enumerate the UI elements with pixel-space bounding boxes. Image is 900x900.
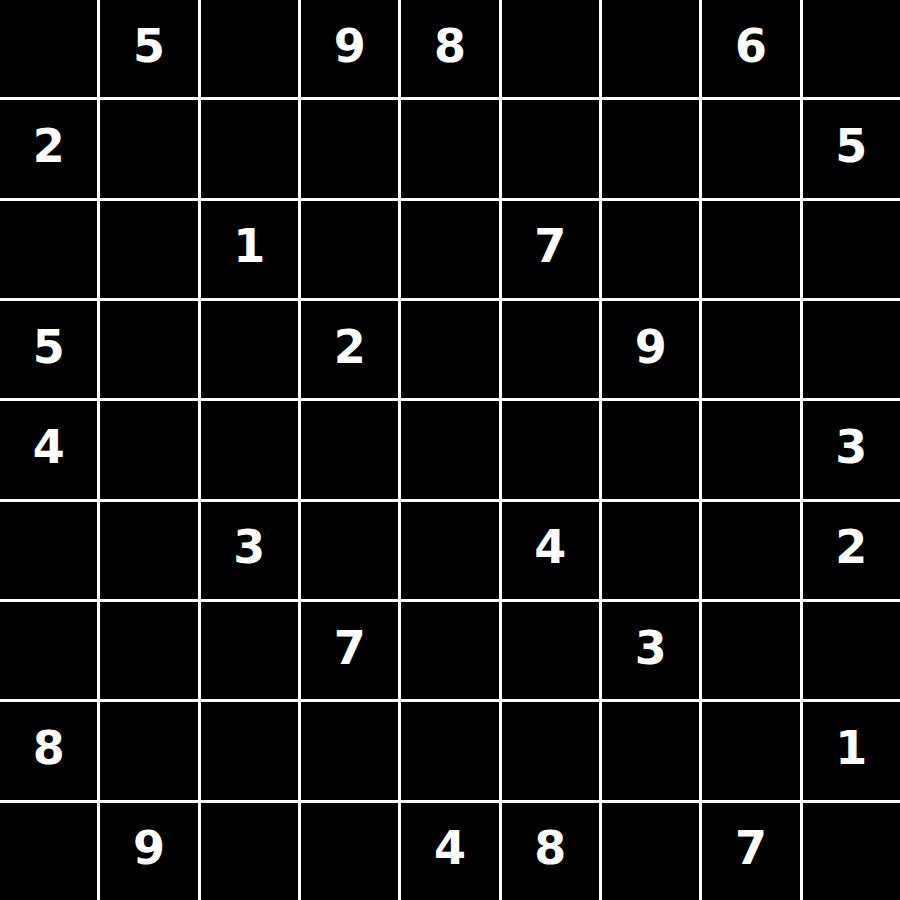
cell-r1c8[interactable]: 6 <box>702 0 799 97</box>
given-digit: 2 <box>33 123 65 169</box>
given-digit: 4 <box>33 424 65 470</box>
cell-r8c9[interactable]: 1 <box>803 702 900 799</box>
cell-r8c6[interactable] <box>502 702 599 799</box>
cell-r8c4[interactable] <box>301 702 398 799</box>
cell-r3c8[interactable] <box>702 201 799 298</box>
cell-r9c8[interactable]: 7 <box>702 803 799 900</box>
cell-r7c5[interactable] <box>401 602 498 699</box>
given-digit: 7 <box>735 825 767 871</box>
cell-r8c3[interactable] <box>201 702 298 799</box>
given-digit: 7 <box>534 223 566 269</box>
given-digit: 9 <box>133 825 165 871</box>
cell-r1c3[interactable] <box>201 0 298 97</box>
given-digit: 2 <box>835 524 867 570</box>
cell-r5c4[interactable] <box>301 401 398 498</box>
cell-r9c4[interactable] <box>301 803 398 900</box>
cell-r7c4[interactable]: 7 <box>301 602 398 699</box>
cell-r3c1[interactable] <box>0 201 97 298</box>
cell-r7c1[interactable] <box>0 602 97 699</box>
cell-r3c4[interactable] <box>301 201 398 298</box>
cell-r3c7[interactable] <box>602 201 699 298</box>
cell-r4c8[interactable] <box>702 301 799 398</box>
given-digit: 3 <box>635 625 667 671</box>
cell-r5c3[interactable] <box>201 401 298 498</box>
given-digit: 8 <box>434 23 466 69</box>
cell-r2c6[interactable] <box>502 100 599 197</box>
cell-r6c9[interactable]: 2 <box>803 502 900 599</box>
cell-r8c1[interactable]: 8 <box>0 702 97 799</box>
cell-r5c5[interactable] <box>401 401 498 498</box>
cell-r4c9[interactable] <box>803 301 900 398</box>
cell-r9c3[interactable] <box>201 803 298 900</box>
given-digit: 5 <box>835 123 867 169</box>
cell-r7c9[interactable] <box>803 602 900 699</box>
cell-r4c6[interactable] <box>502 301 599 398</box>
cell-r7c6[interactable] <box>502 602 599 699</box>
cell-r2c1[interactable]: 2 <box>0 100 97 197</box>
cell-r9c1[interactable] <box>0 803 97 900</box>
cell-r2c3[interactable] <box>201 100 298 197</box>
cell-r8c2[interactable] <box>100 702 197 799</box>
cell-r5c6[interactable] <box>502 401 599 498</box>
cell-r1c6[interactable] <box>502 0 599 97</box>
given-digit: 4 <box>534 524 566 570</box>
given-digit: 8 <box>534 825 566 871</box>
cell-r2c9[interactable]: 5 <box>803 100 900 197</box>
cell-r8c8[interactable] <box>702 702 799 799</box>
given-digit: 9 <box>635 324 667 370</box>
cell-r4c1[interactable]: 5 <box>0 301 97 398</box>
cell-r6c8[interactable] <box>702 502 799 599</box>
cell-r2c2[interactable] <box>100 100 197 197</box>
cell-r7c3[interactable] <box>201 602 298 699</box>
given-digit: 5 <box>133 23 165 69</box>
cell-r7c8[interactable] <box>702 602 799 699</box>
given-digit: 3 <box>233 524 265 570</box>
cell-r9c9[interactable] <box>803 803 900 900</box>
cell-r3c2[interactable] <box>100 201 197 298</box>
cell-r5c2[interactable] <box>100 401 197 498</box>
cell-r9c7[interactable] <box>602 803 699 900</box>
cell-r6c3[interactable]: 3 <box>201 502 298 599</box>
cell-r4c2[interactable] <box>100 301 197 398</box>
given-digit: 4 <box>434 825 466 871</box>
given-digit: 6 <box>735 23 767 69</box>
given-digit: 9 <box>334 23 366 69</box>
cell-r6c4[interactable] <box>301 502 398 599</box>
given-digit: 8 <box>33 725 65 771</box>
cell-r6c7[interactable] <box>602 502 699 599</box>
cell-r4c5[interactable] <box>401 301 498 398</box>
sudoku-board: 598625175294334273819487 <box>0 0 900 900</box>
cell-r9c6[interactable]: 8 <box>502 803 599 900</box>
cell-r9c5[interactable]: 4 <box>401 803 498 900</box>
cell-r1c4[interactable]: 9 <box>301 0 398 97</box>
given-digit: 7 <box>334 625 366 671</box>
cell-r2c5[interactable] <box>401 100 498 197</box>
cell-r3c5[interactable] <box>401 201 498 298</box>
given-digit: 1 <box>835 725 867 771</box>
cell-r8c7[interactable] <box>602 702 699 799</box>
given-digit: 1 <box>233 223 265 269</box>
cell-r5c8[interactable] <box>702 401 799 498</box>
cell-r6c6[interactable]: 4 <box>502 502 599 599</box>
cell-r6c1[interactable] <box>0 502 97 599</box>
cell-r2c4[interactable] <box>301 100 398 197</box>
cell-r6c2[interactable] <box>100 502 197 599</box>
cell-r1c5[interactable]: 8 <box>401 0 498 97</box>
cell-r7c7[interactable]: 3 <box>602 602 699 699</box>
cell-r1c2[interactable]: 5 <box>100 0 197 97</box>
cell-r1c7[interactable] <box>602 0 699 97</box>
cell-r3c6[interactable]: 7 <box>502 201 599 298</box>
cell-r5c7[interactable] <box>602 401 699 498</box>
cell-r4c4[interactable]: 2 <box>301 301 398 398</box>
cell-r3c3[interactable]: 1 <box>201 201 298 298</box>
cell-r6c5[interactable] <box>401 502 498 599</box>
cell-r1c1[interactable] <box>0 0 97 97</box>
cell-r2c8[interactable] <box>702 100 799 197</box>
given-digit: 5 <box>33 324 65 370</box>
cell-r4c7[interactable]: 9 <box>602 301 699 398</box>
cell-r9c2[interactable]: 9 <box>100 803 197 900</box>
cell-r7c2[interactable] <box>100 602 197 699</box>
cell-r5c9[interactable]: 3 <box>803 401 900 498</box>
cell-r5c1[interactable]: 4 <box>0 401 97 498</box>
cell-r8c5[interactable] <box>401 702 498 799</box>
given-digit: 3 <box>835 424 867 470</box>
given-digit: 2 <box>334 324 366 370</box>
cell-r4c3[interactable] <box>201 301 298 398</box>
cell-r3c9[interactable] <box>803 201 900 298</box>
cell-r1c9[interactable] <box>803 0 900 97</box>
cell-r2c7[interactable] <box>602 100 699 197</box>
